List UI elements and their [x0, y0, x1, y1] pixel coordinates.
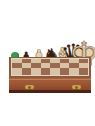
chess-box-front	[9, 78, 91, 93]
board-square	[69, 68, 79, 75]
board-square	[31, 68, 41, 75]
board-square	[12, 68, 22, 75]
board-square	[60, 68, 70, 75]
checker-grid	[11, 58, 89, 76]
board-square	[41, 68, 51, 75]
board-square	[50, 68, 60, 75]
box-beading-line	[9, 79, 91, 81]
board-square	[79, 68, 89, 75]
box-bottom-edge	[9, 90, 91, 93]
board-square	[22, 68, 32, 75]
chess-board-top	[9, 57, 91, 78]
product-photo-chess-set: ♟ ♟ ♞ ♝ ♛ ♚	[0, 0, 95, 126]
